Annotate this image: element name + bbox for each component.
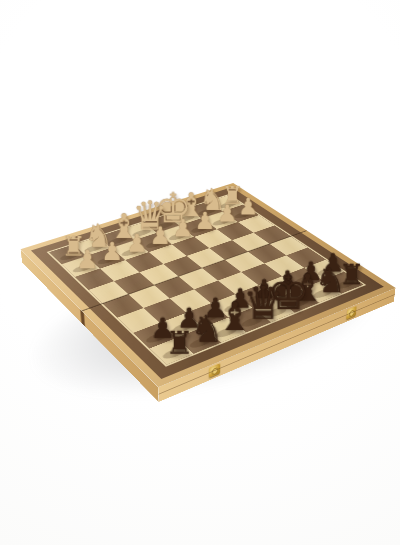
brass-clasp-icon [346,306,357,320]
scene: ♜♞♝♛♚♝♞♜♟♟♟♟♟♟♟♟♟♟♟♟♟♟♟♟♜♞♝♛♚♝♞♜ [67,133,337,403]
white-pawn[interactable]: ♟ [122,231,150,255]
white-pawn[interactable]: ♟ [98,239,126,264]
white-pawn[interactable]: ♟ [73,247,101,272]
board-frame: ♜♞♝♛♚♝♞♜♟♟♟♟♟♟♟♟♟♟♟♟♟♟♟♟♜♞♝♛♚♝♞♜ [31,187,384,379]
product-photo: ♜♞♝♛♚♝♞♜♟♟♟♟♟♟♟♟♟♟♟♟♟♟♟♟♜♞♝♛♚♝♞♜ [0,0,400,545]
brass-clasp-icon [209,363,220,378]
black-rook[interactable]: ♜ [163,327,196,358]
